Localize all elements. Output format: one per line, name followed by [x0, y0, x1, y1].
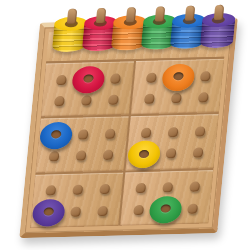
peg-r2c3[interactable] — [198, 92, 209, 102]
peg-r1c3[interactable] — [190, 182, 201, 192]
peg-r2c3[interactable] — [193, 148, 204, 158]
peg-r2c1[interactable] — [54, 96, 65, 106]
peg-tip-icon — [66, 9, 76, 24]
peg-tip-icon — [125, 7, 135, 22]
ring-red[interactable] — [71, 65, 106, 93]
peg-r1c3[interactable] — [100, 184, 111, 194]
peg-r1c1[interactable] — [56, 75, 67, 85]
peg-r2c2[interactable] — [70, 206, 81, 216]
peg-r1c2[interactable] — [162, 182, 173, 192]
peg-r2c1[interactable] — [144, 94, 155, 104]
peg-r2c3[interactable] — [103, 150, 114, 160]
peg-r1c1[interactable] — [146, 72, 157, 82]
section-r3c2 — [120, 170, 213, 226]
peg-r2c2[interactable] — [81, 95, 92, 105]
peg-r1c1[interactable] — [135, 183, 146, 193]
board — [19, 17, 238, 238]
peg-r2c2[interactable] — [166, 148, 177, 158]
section-r3c1 — [30, 172, 123, 228]
peg-r1c1[interactable] — [140, 128, 151, 138]
peg-tip-icon — [155, 6, 165, 21]
ring-stack-purple[interactable] — [199, 4, 236, 51]
section-r1c2 — [131, 59, 224, 115]
peg-r1c3[interactable] — [200, 71, 211, 81]
peg-r2c3[interactable] — [108, 94, 119, 104]
peg-r1c3[interactable] — [110, 73, 121, 83]
peg-r1c2[interactable] — [72, 185, 83, 195]
section-r1c1 — [41, 61, 134, 117]
peg-r2c2[interactable] — [76, 151, 87, 161]
peg-r2c3[interactable] — [97, 205, 108, 215]
section-r2c2 — [126, 114, 219, 170]
ring-orange[interactable] — [161, 63, 196, 91]
peg-r2c2[interactable] — [171, 93, 182, 103]
section-r2c1 — [36, 117, 129, 173]
ring-stacks — [40, 17, 238, 22]
peg-tip-icon — [184, 6, 194, 21]
peg-r1c2[interactable] — [168, 127, 179, 137]
scene — [0, 0, 250, 250]
ring-green[interactable] — [148, 195, 183, 223]
peg-r2c3[interactable] — [187, 203, 198, 213]
peg-r2c1[interactable] — [48, 151, 59, 161]
ring-blue[interactable] — [38, 122, 73, 150]
peg-r1c3[interactable] — [195, 126, 206, 136]
peg-r1c3[interactable] — [105, 129, 116, 139]
peg-tip-icon — [96, 8, 106, 23]
peg-r2c1[interactable] — [133, 205, 144, 215]
peg-r1c1[interactable] — [45, 185, 56, 195]
peg-tip-icon — [214, 5, 224, 20]
ring-purple[interactable] — [31, 199, 66, 227]
peg-r1c2[interactable] — [78, 129, 89, 139]
sections-grid — [30, 57, 224, 228]
ring-yellow[interactable] — [126, 141, 161, 169]
